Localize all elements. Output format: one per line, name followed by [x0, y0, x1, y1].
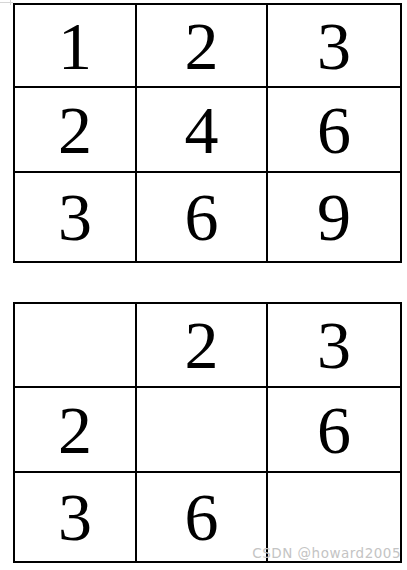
- solved-cell-r1c2: 2: [137, 5, 268, 88]
- puzzle-cell-r3c2: 6: [137, 473, 268, 561]
- csdn-watermark: CSDN @howard2005: [252, 545, 401, 561]
- puzzle-cell-r2c2[interactable]: [137, 388, 268, 473]
- solved-cell-r3c2: 6: [137, 173, 268, 261]
- solved-cell-r2c2: 4: [137, 88, 268, 173]
- solved-cell-r3c3: 9: [268, 173, 400, 261]
- solved-cell-r2c1: 2: [15, 88, 137, 173]
- puzzle-cell-r2c1: 2: [15, 388, 137, 473]
- puzzle-cell-r1c1[interactable]: [15, 304, 137, 388]
- puzzle-cell-r3c1: 3: [15, 473, 137, 561]
- puzzle-cell-r1c2: 2: [137, 304, 268, 388]
- solved-cell-r3c1: 3: [15, 173, 137, 261]
- puzzle-grid-board: 2 3 2 6 3 6: [13, 302, 402, 563]
- puzzle-cell-r2c3: 6: [268, 388, 400, 473]
- top-left-crop-artifact-vertical: [10, 0, 11, 5]
- solved-cell-r1c1: 1: [15, 5, 137, 88]
- solved-cell-r1c3: 3: [268, 5, 400, 88]
- solved-cell-r2c3: 6: [268, 88, 400, 173]
- solved-grid-board: 1 2 3 2 4 6 3 6 9: [13, 3, 402, 263]
- puzzle-cell-r1c3: 3: [268, 304, 400, 388]
- top-left-crop-artifact-horizontal: [0, 2, 13, 3]
